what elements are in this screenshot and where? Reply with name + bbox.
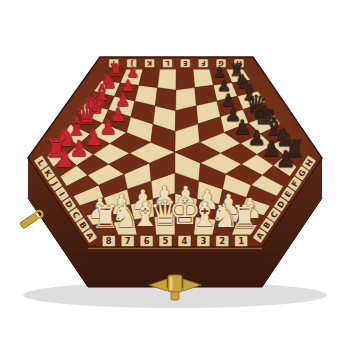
svg-text:L: L xyxy=(165,59,169,67)
coordinate-label: L xyxy=(163,59,173,68)
svg-text:3: 3 xyxy=(200,236,206,246)
board-cell[interactable] xyxy=(139,69,160,87)
svg-text:4: 4 xyxy=(182,236,188,246)
svg-text:F: F xyxy=(201,59,205,67)
svg-text:8: 8 xyxy=(106,236,112,246)
chess-piece-white-rook[interactable]: ♜ xyxy=(91,202,119,234)
coordinate-label: K xyxy=(145,59,155,68)
coordinate-label: 1 xyxy=(235,236,248,247)
board-cell[interactable] xyxy=(193,69,213,87)
coordinate-label: 6 xyxy=(140,236,153,247)
coordinate-label: 5 xyxy=(159,236,172,247)
chess-piece-red-pawn[interactable]: ♟ xyxy=(54,148,74,171)
board-cell[interactable] xyxy=(158,69,177,90)
coordinate-label: E xyxy=(180,59,190,68)
coordinate-label: 7 xyxy=(121,236,134,247)
chess-piece-brown-pawn[interactable]: ♟ xyxy=(275,148,295,171)
svg-text:6: 6 xyxy=(144,236,150,246)
coordinate-label: 8 xyxy=(102,236,115,247)
three-player-chessboard: 87654321ABCDIJKLABCDEFGHIJKLEFGH xyxy=(0,0,350,350)
chess-piece-white-rook[interactable]: ♜ xyxy=(230,202,258,234)
coordinate-label: 3 xyxy=(197,236,210,247)
svg-text:5: 5 xyxy=(163,236,169,246)
board-cell[interactable] xyxy=(176,69,195,90)
svg-text:2: 2 xyxy=(219,236,225,246)
product-photo-three-player-chess: 87654321ABCDIJKLABCDEFGHIJKLEFGH ♜♜♟♟♞♞♟… xyxy=(0,0,350,350)
coordinate-label: 2 xyxy=(216,236,229,247)
coordinate-label: F xyxy=(198,59,208,68)
svg-text:E: E xyxy=(183,59,187,67)
svg-text:1: 1 xyxy=(238,236,244,246)
coordinate-label: 4 xyxy=(178,236,191,247)
svg-text:7: 7 xyxy=(125,236,131,246)
